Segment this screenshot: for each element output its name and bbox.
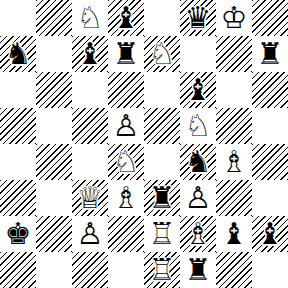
chessboard: ♞♘♝♝♛♛♚♔♞♞♝♝♜♜♞♘♜♜♝♝♟♙♞♘♞♘♞♞♝♗♛♕♝♗♜♜♟♙♚♚…: [0, 0, 288, 288]
square-a7[interactable]: ♞♞: [0, 36, 36, 72]
black-queen-halo: ♛: [180, 0, 216, 36]
square-h1[interactable]: [252, 252, 288, 288]
square-b4[interactable]: [36, 144, 72, 180]
black-rook-piece: ♜: [144, 180, 180, 216]
square-d2[interactable]: [108, 216, 144, 252]
square-a1[interactable]: [0, 252, 36, 288]
square-g6[interactable]: [216, 72, 252, 108]
black-knight-halo: ♞: [180, 144, 216, 180]
white-bishop-halo: ♝: [216, 144, 252, 180]
square-c5[interactable]: [72, 108, 108, 144]
square-h8[interactable]: [252, 0, 288, 36]
square-a3[interactable]: [0, 180, 36, 216]
black-knight-halo: ♞: [0, 36, 36, 72]
white-bishop-piece: ♗: [216, 144, 252, 180]
square-d1[interactable]: [108, 252, 144, 288]
square-e8[interactable]: [144, 0, 180, 36]
white-pawn-piece: ♙: [108, 108, 144, 144]
square-e3[interactable]: ♜♜: [144, 180, 180, 216]
square-h3[interactable]: [252, 180, 288, 216]
square-h2[interactable]: ♝♝: [252, 216, 288, 252]
square-d8[interactable]: ♝♝: [108, 0, 144, 36]
square-e7[interactable]: ♞♘: [144, 36, 180, 72]
square-b8[interactable]: [36, 0, 72, 36]
black-bishop-piece: ♝: [216, 216, 252, 252]
square-c4[interactable]: [72, 144, 108, 180]
black-bishop-halo: ♝: [72, 36, 108, 72]
square-h6[interactable]: [252, 72, 288, 108]
square-b6[interactable]: [36, 72, 72, 108]
white-pawn-halo: ♟: [180, 180, 216, 216]
black-bishop-piece: ♝: [252, 216, 288, 252]
white-knight-piece: ♘: [144, 36, 180, 72]
white-king-halo: ♚: [216, 0, 252, 36]
black-rook-halo: ♜: [252, 36, 288, 72]
square-b1[interactable]: [36, 252, 72, 288]
square-e6[interactable]: [144, 72, 180, 108]
black-bishop-piece: ♝: [72, 36, 108, 72]
square-a2[interactable]: ♚♚: [0, 216, 36, 252]
white-rook-halo: ♜: [144, 216, 180, 252]
square-a6[interactable]: [0, 72, 36, 108]
white-knight-halo: ♞: [180, 108, 216, 144]
square-f2[interactable]: ♝♗: [180, 216, 216, 252]
square-f3[interactable]: ♟♙: [180, 180, 216, 216]
square-g1[interactable]: [216, 252, 252, 288]
black-king-halo: ♚: [0, 216, 36, 252]
square-e5[interactable]: [144, 108, 180, 144]
square-c1[interactable]: [72, 252, 108, 288]
square-b3[interactable]: [36, 180, 72, 216]
white-rook-piece: ♖: [144, 252, 180, 288]
white-bishop-piece: ♗: [108, 180, 144, 216]
square-g7[interactable]: [216, 36, 252, 72]
square-g4[interactable]: ♝♗: [216, 144, 252, 180]
white-pawn-halo: ♟: [108, 108, 144, 144]
white-queen-halo: ♛: [72, 180, 108, 216]
white-knight-halo: ♞: [108, 144, 144, 180]
white-rook-halo: ♜: [144, 252, 180, 288]
black-king-piece: ♚: [0, 216, 36, 252]
black-bishop-halo: ♝: [108, 0, 144, 36]
square-f5[interactable]: ♞♘: [180, 108, 216, 144]
square-g3[interactable]: [216, 180, 252, 216]
white-king-piece: ♔: [216, 0, 252, 36]
square-f1[interactable]: ♜♜: [180, 252, 216, 288]
square-d5[interactable]: ♟♙: [108, 108, 144, 144]
square-d7[interactable]: ♜♜: [108, 36, 144, 72]
square-b2[interactable]: [36, 216, 72, 252]
white-rook-piece: ♖: [144, 216, 180, 252]
black-rook-piece: ♜: [180, 252, 216, 288]
black-queen-piece: ♛: [180, 0, 216, 36]
square-d6[interactable]: [108, 72, 144, 108]
square-f7[interactable]: [180, 36, 216, 72]
square-b7[interactable]: [36, 36, 72, 72]
square-e1[interactable]: ♜♖: [144, 252, 180, 288]
square-e4[interactable]: [144, 144, 180, 180]
square-h4[interactable]: [252, 144, 288, 180]
black-rook-piece: ♜: [252, 36, 288, 72]
square-b5[interactable]: [36, 108, 72, 144]
white-knight-halo: ♞: [144, 36, 180, 72]
square-a8[interactable]: [0, 0, 36, 36]
square-h7[interactable]: ♜♜: [252, 36, 288, 72]
square-c6[interactable]: [72, 72, 108, 108]
white-queen-piece: ♕: [72, 180, 108, 216]
white-knight-piece: ♘: [72, 0, 108, 36]
black-rook-halo: ♜: [108, 36, 144, 72]
black-rook-halo: ♜: [144, 180, 180, 216]
black-knight-piece: ♞: [180, 144, 216, 180]
white-pawn-piece: ♙: [72, 216, 108, 252]
square-a5[interactable]: [0, 108, 36, 144]
black-bishop-halo: ♝: [216, 216, 252, 252]
white-pawn-halo: ♟: [72, 216, 108, 252]
black-bishop-piece: ♝: [180, 72, 216, 108]
square-f6[interactable]: ♝♝: [180, 72, 216, 108]
square-a4[interactable]: [0, 144, 36, 180]
square-g8[interactable]: ♚♔: [216, 0, 252, 36]
white-pawn-piece: ♙: [180, 180, 216, 216]
square-f8[interactable]: ♛♛: [180, 0, 216, 36]
black-bishop-piece: ♝: [108, 0, 144, 36]
square-f4[interactable]: ♞♞: [180, 144, 216, 180]
square-c2[interactable]: ♟♙: [72, 216, 108, 252]
white-knight-piece: ♘: [108, 144, 144, 180]
black-bishop-halo: ♝: [252, 216, 288, 252]
white-knight-piece: ♘: [180, 108, 216, 144]
chessboard-container: ♞♘♝♝♛♛♚♔♞♞♝♝♜♜♞♘♜♜♝♝♟♙♞♘♞♘♞♞♝♗♛♕♝♗♜♜♟♙♚♚…: [0, 0, 288, 288]
black-knight-piece: ♞: [0, 36, 36, 72]
white-bishop-piece: ♗: [180, 216, 216, 252]
black-bishop-halo: ♝: [180, 72, 216, 108]
square-c7[interactable]: ♝♝: [72, 36, 108, 72]
white-bishop-halo: ♝: [108, 180, 144, 216]
square-h5[interactable]: [252, 108, 288, 144]
black-rook-halo: ♜: [180, 252, 216, 288]
black-rook-piece: ♜: [108, 36, 144, 72]
square-g2[interactable]: ♝♝: [216, 216, 252, 252]
square-g5[interactable]: [216, 108, 252, 144]
square-c3[interactable]: ♛♕: [72, 180, 108, 216]
square-d3[interactable]: ♝♗: [108, 180, 144, 216]
white-knight-halo: ♞: [72, 0, 108, 36]
square-d4[interactable]: ♞♘: [108, 144, 144, 180]
square-e2[interactable]: ♜♖: [144, 216, 180, 252]
white-bishop-halo: ♝: [180, 216, 216, 252]
square-c8[interactable]: ♞♘: [72, 0, 108, 36]
